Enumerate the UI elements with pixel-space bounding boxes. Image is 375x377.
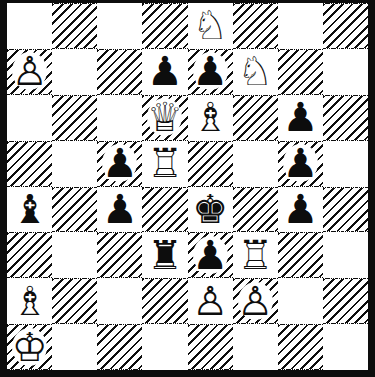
square-c7[interactable] bbox=[97, 49, 142, 95]
square-g5[interactable]: ♟ bbox=[278, 141, 323, 187]
black-pawn-g6: ♟ bbox=[278, 95, 323, 140]
white-pawn-a7: ♙ bbox=[7, 49, 52, 94]
white-pawn-f2: ♙ bbox=[233, 279, 278, 324]
square-b4[interactable] bbox=[52, 187, 97, 233]
square-f8[interactable] bbox=[233, 3, 278, 49]
square-f7[interactable]: ♘ bbox=[233, 49, 278, 95]
black-pawn-c5: ♟ bbox=[97, 141, 142, 186]
square-e8[interactable]: ♘ bbox=[188, 3, 233, 49]
square-f4[interactable] bbox=[233, 187, 278, 233]
white-bishop-a2: ♗ bbox=[7, 279, 52, 324]
square-g4[interactable]: ♟ bbox=[278, 187, 323, 233]
square-d4[interactable] bbox=[142, 187, 187, 233]
square-h1[interactable] bbox=[323, 324, 368, 370]
square-b5[interactable] bbox=[52, 141, 97, 187]
square-e4[interactable]: ♚ bbox=[188, 187, 233, 233]
square-h6[interactable] bbox=[323, 95, 368, 141]
square-a2[interactable]: ♗ bbox=[7, 278, 52, 324]
square-a8[interactable] bbox=[7, 3, 52, 49]
square-f6[interactable] bbox=[233, 95, 278, 141]
square-e3[interactable]: ♟ bbox=[188, 232, 233, 278]
square-d2[interactable] bbox=[142, 278, 187, 324]
square-b8[interactable] bbox=[52, 3, 97, 49]
square-c5[interactable]: ♟ bbox=[97, 141, 142, 187]
black-pawn-d7: ♟ bbox=[142, 49, 187, 94]
square-g6[interactable]: ♟ bbox=[278, 95, 323, 141]
square-d1[interactable] bbox=[142, 324, 187, 370]
square-b1[interactable] bbox=[52, 324, 97, 370]
square-e7[interactable]: ♟ bbox=[188, 49, 233, 95]
square-h8[interactable] bbox=[323, 3, 368, 49]
white-rook-f3: ♖ bbox=[233, 233, 278, 278]
black-rook-d3: ♜ bbox=[142, 233, 187, 278]
square-d8[interactable] bbox=[142, 3, 187, 49]
black-pawn-g4: ♟ bbox=[278, 187, 323, 232]
black-bishop-a4: ♝ bbox=[7, 187, 52, 232]
white-bishop-e6: ♗ bbox=[188, 95, 233, 140]
square-d5[interactable]: ♖ bbox=[142, 141, 187, 187]
square-h3[interactable] bbox=[323, 232, 368, 278]
square-b3[interactable] bbox=[52, 232, 97, 278]
chess-board-grid: ♘♙♟♟♘♕♗♟♟♖♟♝♟♚♟♜♟♖♗♙♙♔ bbox=[7, 3, 368, 370]
square-h4[interactable] bbox=[323, 187, 368, 233]
square-f1[interactable] bbox=[233, 324, 278, 370]
square-a4[interactable]: ♝ bbox=[7, 187, 52, 233]
square-d3[interactable]: ♜ bbox=[142, 232, 187, 278]
square-f2[interactable]: ♙ bbox=[233, 278, 278, 324]
white-king-a1: ♔ bbox=[7, 325, 52, 370]
square-c4[interactable]: ♟ bbox=[97, 187, 142, 233]
square-h2[interactable] bbox=[323, 278, 368, 324]
square-a5[interactable] bbox=[7, 141, 52, 187]
square-a7[interactable]: ♙ bbox=[7, 49, 52, 95]
square-e6[interactable]: ♗ bbox=[188, 95, 233, 141]
square-e2[interactable]: ♙ bbox=[188, 278, 233, 324]
black-king-e4: ♚ bbox=[188, 187, 233, 232]
square-f3[interactable]: ♖ bbox=[233, 232, 278, 278]
square-b2[interactable] bbox=[52, 278, 97, 324]
square-g3[interactable] bbox=[278, 232, 323, 278]
square-h5[interactable] bbox=[323, 141, 368, 187]
square-g2[interactable] bbox=[278, 278, 323, 324]
square-b7[interactable] bbox=[52, 49, 97, 95]
chess-diagram: ♘♙♟♟♘♕♗♟♟♖♟♝♟♚♟♜♟♖♗♙♙♔ bbox=[0, 0, 375, 377]
square-c6[interactable] bbox=[97, 95, 142, 141]
square-a3[interactable] bbox=[7, 232, 52, 278]
black-pawn-e7: ♟ bbox=[188, 49, 233, 94]
black-pawn-c4: ♟ bbox=[97, 187, 142, 232]
square-g8[interactable] bbox=[278, 3, 323, 49]
white-knight-e8: ♘ bbox=[188, 3, 233, 48]
black-pawn-e3: ♟ bbox=[188, 233, 233, 278]
white-pawn-e2: ♙ bbox=[188, 279, 233, 324]
square-c1[interactable] bbox=[97, 324, 142, 370]
square-g7[interactable] bbox=[278, 49, 323, 95]
square-c8[interactable] bbox=[97, 3, 142, 49]
square-g1[interactable] bbox=[278, 324, 323, 370]
white-queen-d6: ♕ bbox=[142, 95, 187, 140]
square-e5[interactable] bbox=[188, 141, 233, 187]
black-pawn-g5: ♟ bbox=[278, 141, 323, 186]
square-a1[interactable]: ♔ bbox=[7, 324, 52, 370]
white-knight-f7: ♘ bbox=[233, 49, 278, 94]
square-a6[interactable] bbox=[7, 95, 52, 141]
square-f5[interactable] bbox=[233, 141, 278, 187]
square-c3[interactable] bbox=[97, 232, 142, 278]
white-rook-d5: ♖ bbox=[142, 141, 187, 186]
square-d7[interactable]: ♟ bbox=[142, 49, 187, 95]
square-h7[interactable] bbox=[323, 49, 368, 95]
square-c2[interactable] bbox=[97, 278, 142, 324]
square-d6[interactable]: ♕ bbox=[142, 95, 187, 141]
square-e1[interactable] bbox=[188, 324, 233, 370]
square-b6[interactable] bbox=[52, 95, 97, 141]
